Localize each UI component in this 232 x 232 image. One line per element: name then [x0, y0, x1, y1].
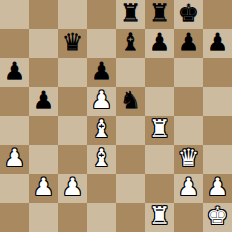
piece-black-rook[interactable]: ♜	[149, 0, 171, 28]
square-b7[interactable]	[29, 29, 58, 58]
piece-white-queen[interactable]: ♛	[178, 145, 200, 173]
square-c5[interactable]	[58, 87, 87, 116]
square-a5[interactable]	[0, 87, 29, 116]
square-e1[interactable]	[116, 203, 145, 232]
square-e7[interactable]: ♝	[116, 29, 145, 58]
square-h8[interactable]	[203, 0, 232, 29]
square-c8[interactable]	[58, 0, 87, 29]
square-h5[interactable]	[203, 87, 232, 116]
square-c3[interactable]	[58, 145, 87, 174]
square-f4[interactable]: ♜	[145, 116, 174, 145]
piece-white-rook[interactable]: ♜	[149, 203, 171, 231]
square-a3[interactable]: ♟	[0, 145, 29, 174]
square-d6[interactable]: ♟	[87, 58, 116, 87]
square-f3[interactable]	[145, 145, 174, 174]
square-e8[interactable]: ♜	[116, 0, 145, 29]
square-a2[interactable]	[0, 174, 29, 203]
square-a4[interactable]	[0, 116, 29, 145]
square-h3[interactable]	[203, 145, 232, 174]
square-b5[interactable]: ♟	[29, 87, 58, 116]
square-a8[interactable]	[0, 0, 29, 29]
square-e2[interactable]	[116, 174, 145, 203]
square-b6[interactable]	[29, 58, 58, 87]
square-h4[interactable]	[203, 116, 232, 145]
piece-white-king[interactable]: ♚	[207, 203, 229, 231]
piece-white-pawn[interactable]: ♟	[4, 145, 26, 173]
square-b3[interactable]	[29, 145, 58, 174]
square-c4[interactable]	[58, 116, 87, 145]
piece-white-pawn[interactable]: ♟	[178, 174, 200, 202]
piece-white-bishop[interactable]: ♝	[91, 116, 113, 144]
square-a7[interactable]	[0, 29, 29, 58]
square-h7[interactable]: ♟	[203, 29, 232, 58]
square-f5[interactable]	[145, 87, 174, 116]
square-f2[interactable]	[145, 174, 174, 203]
piece-black-queen[interactable]: ♛	[62, 29, 84, 57]
square-e6[interactable]	[116, 58, 145, 87]
square-g8[interactable]: ♚	[174, 0, 203, 29]
piece-black-pawn[interactable]: ♟	[149, 29, 171, 57]
square-g4[interactable]	[174, 116, 203, 145]
square-d8[interactable]	[87, 0, 116, 29]
piece-black-king[interactable]: ♚	[178, 0, 200, 28]
chess-board: ♜♜♚♛♝♟♟♟♟♟♟♟♞♝♜♟♝♛♟♟♟♟♜♚	[0, 0, 232, 232]
piece-white-rook[interactable]: ♜	[149, 116, 171, 144]
square-g5[interactable]	[174, 87, 203, 116]
piece-black-pawn[interactable]: ♟	[33, 87, 55, 115]
square-d2[interactable]	[87, 174, 116, 203]
square-d7[interactable]	[87, 29, 116, 58]
square-g1[interactable]	[174, 203, 203, 232]
square-b4[interactable]	[29, 116, 58, 145]
piece-black-rook[interactable]: ♜	[120, 0, 142, 28]
square-e3[interactable]	[116, 145, 145, 174]
square-f8[interactable]: ♜	[145, 0, 174, 29]
piece-white-pawn[interactable]: ♟	[207, 174, 229, 202]
square-b2[interactable]: ♟	[29, 174, 58, 203]
square-d3[interactable]: ♝	[87, 145, 116, 174]
square-f7[interactable]: ♟	[145, 29, 174, 58]
square-g3[interactable]: ♛	[174, 145, 203, 174]
square-c1[interactable]	[58, 203, 87, 232]
square-c7[interactable]: ♛	[58, 29, 87, 58]
square-e4[interactable]	[116, 116, 145, 145]
square-h1[interactable]: ♚	[203, 203, 232, 232]
piece-white-bishop[interactable]: ♝	[91, 145, 113, 173]
piece-black-pawn[interactable]: ♟	[178, 29, 200, 57]
piece-black-pawn[interactable]: ♟	[207, 29, 229, 57]
piece-black-pawn[interactable]: ♟	[4, 58, 26, 86]
square-a1[interactable]	[0, 203, 29, 232]
square-b1[interactable]	[29, 203, 58, 232]
square-c2[interactable]: ♟	[58, 174, 87, 203]
square-h2[interactable]: ♟	[203, 174, 232, 203]
piece-white-pawn[interactable]: ♟	[91, 87, 113, 115]
square-d5[interactable]: ♟	[87, 87, 116, 116]
piece-white-pawn[interactable]: ♟	[33, 174, 55, 202]
square-b8[interactable]	[29, 0, 58, 29]
square-g2[interactable]: ♟	[174, 174, 203, 203]
square-e5[interactable]: ♞	[116, 87, 145, 116]
piece-black-pawn[interactable]: ♟	[91, 58, 113, 86]
square-g7[interactable]: ♟	[174, 29, 203, 58]
square-a6[interactable]: ♟	[0, 58, 29, 87]
square-f6[interactable]	[145, 58, 174, 87]
piece-white-pawn[interactable]: ♟	[62, 174, 84, 202]
piece-black-knight[interactable]: ♞	[120, 87, 142, 115]
square-h6[interactable]	[203, 58, 232, 87]
square-c6[interactable]	[58, 58, 87, 87]
square-g6[interactable]	[174, 58, 203, 87]
square-d4[interactable]: ♝	[87, 116, 116, 145]
square-f1[interactable]: ♜	[145, 203, 174, 232]
piece-black-bishop[interactable]: ♝	[120, 29, 142, 57]
square-d1[interactable]	[87, 203, 116, 232]
